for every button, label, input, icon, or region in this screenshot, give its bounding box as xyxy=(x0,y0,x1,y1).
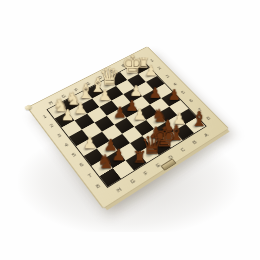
rank-label: 6 xyxy=(188,98,194,103)
piece-white-pawn-h2[interactable]: ♟ xyxy=(61,108,75,123)
piece-black-pawn-a5[interactable]: ♟ xyxy=(168,88,181,103)
piece-white-pawn-g2[interactable]: ♟ xyxy=(74,101,88,116)
rank-label: 5 xyxy=(71,152,77,158)
piece-white-king-b1[interactable]: ♚ xyxy=(122,52,144,76)
rank-label: 4 xyxy=(64,142,70,148)
file-label: B xyxy=(191,139,197,145)
file-label: F xyxy=(142,170,148,176)
piece-black-pawn-b4[interactable]: ♟ xyxy=(149,86,162,101)
chess-set-photo: HGFEDCBA HGFEDCBA 12345678 12345678 ♞♞♝♝… xyxy=(0,0,260,260)
file-label: H xyxy=(115,186,122,193)
file-label: G xyxy=(129,178,136,185)
piece-white-pawn-d5[interactable]: ♟ xyxy=(133,108,147,123)
rank-label: 8 xyxy=(95,183,101,189)
hinge-knob-icon xyxy=(24,104,32,111)
piece-black-pawn-e4[interactable]: ♟ xyxy=(113,106,127,121)
piece-white-pawn-e2[interactable]: ♟ xyxy=(98,88,111,103)
rank-label: 2 xyxy=(157,66,162,70)
rank-label: 6 xyxy=(79,162,85,168)
rank-label: 5 xyxy=(180,90,186,95)
rank-label: 1 xyxy=(42,114,48,119)
rank-label: 3 xyxy=(56,132,62,137)
piece-black-knight-h7[interactable]: ♞ xyxy=(97,152,114,171)
rank-label: 3 xyxy=(164,74,169,79)
file-label: E xyxy=(155,162,162,168)
file-label: A xyxy=(203,132,209,138)
rank-label: 2 xyxy=(49,123,55,128)
file-label: C xyxy=(179,146,186,152)
piece-black-rook-f8[interactable]: ♜ xyxy=(133,150,147,166)
piece-white-pawn-a2[interactable]: ♟ xyxy=(145,64,158,78)
piece-black-bishop-a8[interactable]: ♝ xyxy=(190,109,208,129)
piece-white-pawn-h5[interactable]: ♟ xyxy=(83,136,97,152)
rank-label: 7 xyxy=(87,172,93,178)
